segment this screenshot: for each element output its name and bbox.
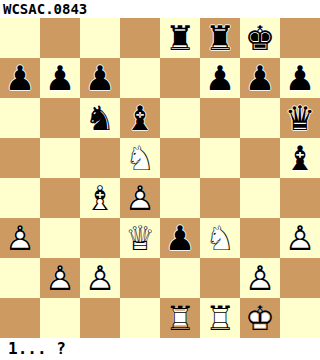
square-h6[interactable]: ♛ (280, 98, 320, 138)
square-b2[interactable]: ♟♙ (40, 258, 80, 298)
square-h7[interactable]: ♟ (280, 58, 320, 98)
square-g1[interactable]: ♚♔ (240, 298, 280, 338)
piece-black-pawn: ♟ (40, 58, 80, 98)
piece-white-pawn: ♟♙ (280, 218, 320, 258)
square-b5[interactable] (40, 138, 80, 178)
square-a5[interactable] (0, 138, 40, 178)
square-a7[interactable]: ♟ (0, 58, 40, 98)
piece-white-pawn: ♟♙ (0, 218, 40, 258)
square-e1[interactable]: ♜♖ (160, 298, 200, 338)
square-d7[interactable] (120, 58, 160, 98)
puzzle-id: WCSAC.0843 (0, 0, 320, 18)
piece-black-rook: ♜ (200, 18, 240, 58)
square-c3[interactable] (80, 218, 120, 258)
square-b3[interactable] (40, 218, 80, 258)
piece-black-pawn: ♟ (0, 58, 40, 98)
square-a6[interactable] (0, 98, 40, 138)
square-e7[interactable] (160, 58, 200, 98)
square-g8[interactable]: ♚ (240, 18, 280, 58)
square-d4[interactable]: ♟♙ (120, 178, 160, 218)
square-f6[interactable] (200, 98, 240, 138)
square-f1[interactable]: ♜♖ (200, 298, 240, 338)
square-a4[interactable] (0, 178, 40, 218)
square-c4[interactable]: ♝♗ (80, 178, 120, 218)
square-e2[interactable] (160, 258, 200, 298)
square-f2[interactable] (200, 258, 240, 298)
square-g2[interactable]: ♟♙ (240, 258, 280, 298)
square-d2[interactable] (120, 258, 160, 298)
square-e6[interactable] (160, 98, 200, 138)
square-g7[interactable]: ♟ (240, 58, 280, 98)
square-c1[interactable] (80, 298, 120, 338)
piece-black-pawn: ♟ (160, 218, 200, 258)
square-d8[interactable] (120, 18, 160, 58)
square-f3[interactable]: ♞♘ (200, 218, 240, 258)
square-c6[interactable]: ♞ (80, 98, 120, 138)
square-h4[interactable] (280, 178, 320, 218)
piece-white-bishop: ♝♗ (80, 178, 120, 218)
square-b7[interactable]: ♟ (40, 58, 80, 98)
square-d5[interactable]: ♞♘ (120, 138, 160, 178)
piece-white-rook: ♜♖ (160, 298, 200, 338)
piece-white-king: ♚♔ (240, 298, 280, 338)
piece-black-knight: ♞ (80, 98, 120, 138)
square-b6[interactable] (40, 98, 80, 138)
square-d1[interactable] (120, 298, 160, 338)
chess-board: ♜♜♚♟♟♟♟♟♟♞♝♛♞♘♝♝♗♟♙♟♙♛♕♟♞♘♟♙♟♙♟♙♟♙♜♖♜♖♚♔ (0, 18, 320, 338)
square-a2[interactable] (0, 258, 40, 298)
square-d3[interactable]: ♛♕ (120, 218, 160, 258)
square-h2[interactable] (280, 258, 320, 298)
square-h1[interactable] (280, 298, 320, 338)
piece-black-pawn: ♟ (240, 58, 280, 98)
square-g6[interactable] (240, 98, 280, 138)
square-f5[interactable] (200, 138, 240, 178)
square-g5[interactable] (240, 138, 280, 178)
piece-white-rook: ♜♖ (200, 298, 240, 338)
piece-black-pawn: ♟ (280, 58, 320, 98)
square-e3[interactable]: ♟ (160, 218, 200, 258)
square-a3[interactable]: ♟♙ (0, 218, 40, 258)
square-h3[interactable]: ♟♙ (280, 218, 320, 258)
piece-white-pawn: ♟♙ (120, 178, 160, 218)
square-e8[interactable]: ♜ (160, 18, 200, 58)
square-b4[interactable] (40, 178, 80, 218)
piece-black-king: ♚ (240, 18, 280, 58)
piece-white-pawn: ♟♙ (240, 258, 280, 298)
square-f7[interactable]: ♟ (200, 58, 240, 98)
square-c5[interactable] (80, 138, 120, 178)
piece-black-bishop: ♝ (280, 138, 320, 178)
piece-black-pawn: ♟ (200, 58, 240, 98)
square-h5[interactable]: ♝ (280, 138, 320, 178)
square-f8[interactable]: ♜ (200, 18, 240, 58)
piece-white-pawn: ♟♙ (80, 258, 120, 298)
piece-black-pawn: ♟ (80, 58, 120, 98)
square-b8[interactable] (40, 18, 80, 58)
square-c7[interactable]: ♟ (80, 58, 120, 98)
square-e5[interactable] (160, 138, 200, 178)
square-g4[interactable] (240, 178, 280, 218)
square-c8[interactable] (80, 18, 120, 58)
square-a8[interactable] (0, 18, 40, 58)
square-d6[interactable]: ♝ (120, 98, 160, 138)
square-e4[interactable] (160, 178, 200, 218)
piece-white-knight: ♞♘ (120, 138, 160, 178)
piece-white-knight: ♞♘ (200, 218, 240, 258)
piece-white-pawn: ♟♙ (40, 258, 80, 298)
piece-black-rook: ♜ (160, 18, 200, 58)
square-g3[interactable] (240, 218, 280, 258)
move-prompt: 1... ? (0, 338, 320, 360)
piece-white-queen: ♛♕ (120, 218, 160, 258)
square-c2[interactable]: ♟♙ (80, 258, 120, 298)
square-b1[interactable] (40, 298, 80, 338)
square-f4[interactable] (200, 178, 240, 218)
square-a1[interactable] (0, 298, 40, 338)
puzzle-window: WCSAC.0843 ♜♜♚♟♟♟♟♟♟♞♝♛♞♘♝♝♗♟♙♟♙♛♕♟♞♘♟♙♟… (0, 0, 320, 360)
piece-black-bishop: ♝ (120, 98, 160, 138)
square-h8[interactable] (280, 18, 320, 58)
piece-black-queen: ♛ (280, 98, 320, 138)
